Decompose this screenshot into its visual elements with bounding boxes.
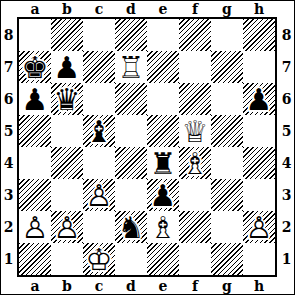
square-d8[interactable] [115,19,147,51]
rank-label-4: 4 [1,147,16,179]
square-h8[interactable] [243,19,275,51]
square-h4[interactable] [243,147,275,179]
rank-labels-left: 87654321 [1,19,16,275]
piece-halo: ♟ [51,211,83,243]
square-b8[interactable] [51,19,83,51]
square-a4[interactable] [19,147,51,179]
file-label-a: a [19,278,51,293]
file-labels-bottom: abcdefgh [19,278,275,293]
square-g4[interactable] [211,147,243,179]
square-e6[interactable] [147,83,179,115]
black-knight: ♞ [115,211,147,243]
piece-halo: ♟ [147,179,179,211]
file-label-c: c [83,278,115,293]
piece-halo: ♛ [51,83,83,115]
square-a8[interactable] [19,19,51,51]
rank-label-1: 1 [1,243,16,275]
white-pawn: ♙ [19,211,51,243]
chess-diagram: abcdefgh 87654321 87654321 abcdefgh ♚♚♟♟… [0,0,295,295]
piece-halo: ♜ [115,51,147,83]
square-a6[interactable]: ♟♟ [19,83,51,115]
square-f2[interactable] [179,211,211,243]
file-label-d: d [115,278,147,293]
piece-halo: ♝ [179,147,211,179]
black-rook: ♜ [147,147,179,179]
square-c1[interactable]: ♚♔ [83,243,115,275]
piece-halo: ♝ [83,115,115,147]
file-label-h: h [243,278,275,293]
square-c6[interactable] [83,83,115,115]
file-label-b: b [51,278,83,293]
square-a5[interactable] [19,115,51,147]
square-b5[interactable] [51,115,83,147]
square-c7[interactable] [83,51,115,83]
square-b7[interactable]: ♟♟ [51,51,83,83]
square-b3[interactable] [51,179,83,211]
black-king: ♚ [19,51,51,83]
square-g6[interactable] [211,83,243,115]
piece-halo: ♝ [147,211,179,243]
square-h5[interactable] [243,115,275,147]
rank-labels-right: 87654321 [279,19,294,275]
square-g7[interactable] [211,51,243,83]
black-pawn: ♟ [51,51,83,83]
black-bishop: ♝ [83,115,115,147]
rank-label-7: 7 [279,51,294,83]
square-h2[interactable]: ♟♙ [243,211,275,243]
square-f5[interactable]: ♛♕ [179,115,211,147]
piece-halo: ♚ [83,243,115,275]
square-f7[interactable] [179,51,211,83]
black-pawn: ♟ [147,179,179,211]
square-f1[interactable] [179,243,211,275]
square-a3[interactable] [19,179,51,211]
rank-label-3: 3 [279,179,294,211]
piece-halo: ♟ [19,211,51,243]
rank-label-3: 3 [1,179,16,211]
file-label-f: f [179,1,211,16]
square-b1[interactable] [51,243,83,275]
rank-label-8: 8 [1,19,16,51]
square-c3[interactable]: ♟♙ [83,179,115,211]
square-d2[interactable]: ♞♞ [115,211,147,243]
square-g5[interactable] [211,115,243,147]
piece-halo: ♜ [147,147,179,179]
square-e4[interactable]: ♜♜ [147,147,179,179]
rank-label-6: 6 [279,83,294,115]
square-b2[interactable]: ♟♙ [51,211,83,243]
square-e5[interactable] [147,115,179,147]
black-queen: ♛ [51,83,83,115]
file-label-f: f [179,278,211,293]
file-label-e: e [147,278,179,293]
square-e2[interactable]: ♝♗ [147,211,179,243]
square-h1[interactable] [243,243,275,275]
square-e8[interactable] [147,19,179,51]
file-label-h: h [243,1,275,16]
rank-label-8: 8 [279,19,294,51]
rank-label-4: 4 [279,147,294,179]
square-g3[interactable] [211,179,243,211]
rank-label-2: 2 [1,211,16,243]
square-d3[interactable] [115,179,147,211]
piece-halo: ♟ [83,179,115,211]
piece-halo: ♟ [51,51,83,83]
rank-label-5: 5 [279,115,294,147]
square-a2[interactable]: ♟♙ [19,211,51,243]
rank-label-7: 7 [1,51,16,83]
square-g1[interactable] [211,243,243,275]
file-label-b: b [51,1,83,16]
rank-label-1: 1 [279,243,294,275]
board: ♚♚♟♟♜♖♟♟♛♛♟♟♝♝♛♕♜♜♝♗♟♙♟♟♟♙♟♙♞♞♝♗♟♙♚♔ [17,17,277,277]
square-c2[interactable] [83,211,115,243]
square-a7[interactable]: ♚♚ [19,51,51,83]
piece-halo: ♛ [179,115,211,147]
white-pawn: ♙ [243,211,275,243]
white-bishop: ♗ [147,211,179,243]
square-g2[interactable] [211,211,243,243]
file-labels-top: abcdefgh [19,1,275,16]
square-a1[interactable] [19,243,51,275]
square-f8[interactable] [179,19,211,51]
white-rook: ♖ [115,51,147,83]
square-c8[interactable] [83,19,115,51]
rank-label-2: 2 [279,211,294,243]
piece-halo: ♟ [243,83,275,115]
square-c4[interactable] [83,147,115,179]
square-d4[interactable] [115,147,147,179]
square-d5[interactable] [115,115,147,147]
piece-halo: ♟ [19,83,51,115]
square-c5[interactable]: ♝♝ [83,115,115,147]
black-pawn: ♟ [19,83,51,115]
square-h7[interactable] [243,51,275,83]
square-f4[interactable]: ♝♗ [179,147,211,179]
square-b6[interactable]: ♛♛ [51,83,83,115]
square-h3[interactable] [243,179,275,211]
file-label-a: a [19,1,51,16]
square-d6[interactable] [115,83,147,115]
white-queen: ♕ [179,115,211,147]
white-pawn: ♙ [51,211,83,243]
square-f6[interactable] [179,83,211,115]
file-label-d: d [115,1,147,16]
rank-label-6: 6 [1,83,16,115]
square-d7[interactable]: ♜♖ [115,51,147,83]
white-bishop: ♗ [179,147,211,179]
file-label-e: e [147,1,179,16]
square-h6[interactable]: ♟♟ [243,83,275,115]
square-g8[interactable] [211,19,243,51]
square-e1[interactable] [147,243,179,275]
piece-halo: ♚ [19,51,51,83]
piece-halo: ♟ [243,211,275,243]
black-pawn: ♟ [243,83,275,115]
square-e3[interactable]: ♟♟ [147,179,179,211]
rank-label-5: 5 [1,115,16,147]
piece-halo: ♞ [115,211,147,243]
white-pawn: ♙ [83,179,115,211]
file-label-g: g [211,1,243,16]
white-king: ♔ [83,243,115,275]
file-label-c: c [83,1,115,16]
square-d1[interactable] [115,243,147,275]
file-label-g: g [211,278,243,293]
square-f3[interactable] [179,179,211,211]
square-e7[interactable] [147,51,179,83]
square-b4[interactable] [51,147,83,179]
